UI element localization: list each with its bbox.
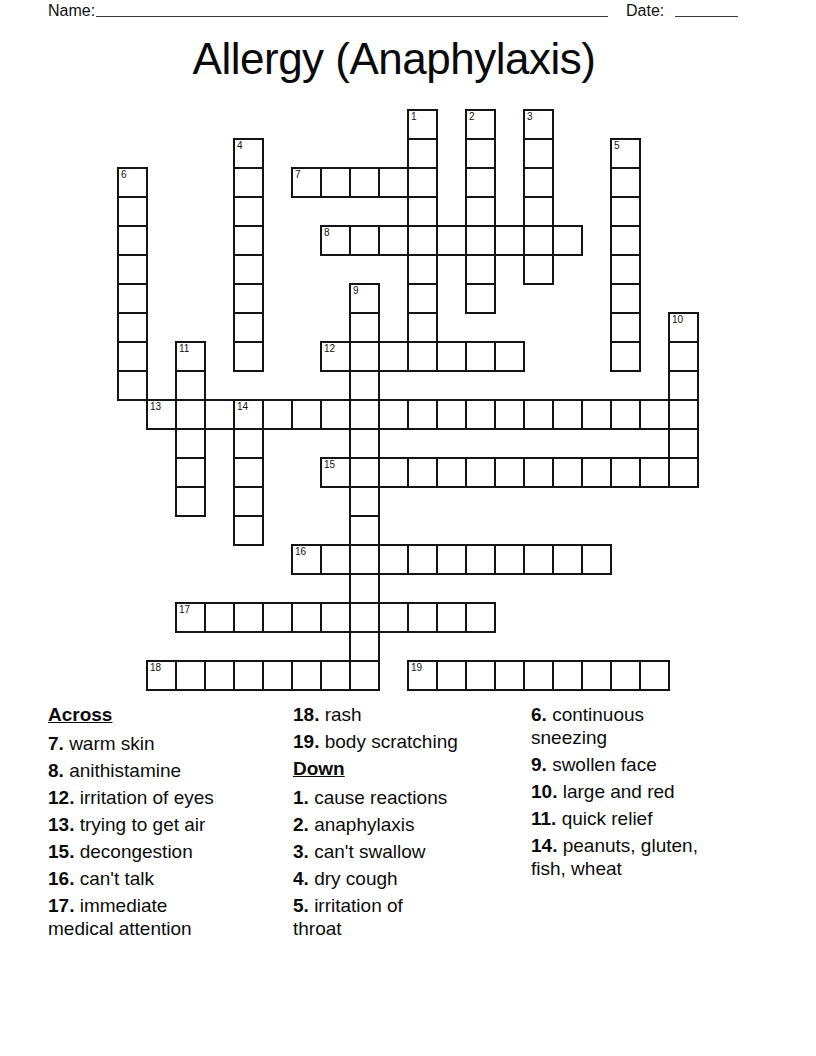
clue-down-10: 10. large and red [531,780,773,803]
cell-r17-c3[interactable] [204,602,235,633]
name-label: Name: [48,2,95,20]
cell-r2-c14[interactable] [523,167,554,198]
clue-across-18: 18. rash [293,703,535,726]
cell-r6-c12[interactable] [465,283,496,314]
cell-r0-c12[interactable] [465,109,496,140]
cell-r5-c12[interactable] [465,254,496,285]
cell-r9-c19[interactable] [668,370,699,401]
cell-r1-c4[interactable] [233,138,264,169]
clue-across-16: 16. can't talk [48,867,290,890]
cell-r10-c5[interactable] [262,399,293,430]
cell-r10-c12[interactable] [465,399,496,430]
date-input-line[interactable] [675,1,738,17]
cell-r19-c3[interactable] [204,660,235,691]
crossword-grid: 12345678910111213141516171819 [117,109,701,693]
cell-r19-c15[interactable] [552,660,583,691]
cell-r13-c4[interactable] [233,486,264,517]
clue-down-6-number: 6. [531,704,547,725]
cell-r19-c1[interactable] [146,660,177,691]
cell-r15-c10[interactable] [407,544,438,575]
cell-r11-c2[interactable] [175,428,206,459]
cell-r4-c0[interactable] [117,225,148,256]
cell-r19-c18[interactable] [639,660,670,691]
cell-r8-c17[interactable] [610,341,641,372]
cell-r19-c13[interactable] [494,660,525,691]
cell-r4-c11[interactable] [436,225,467,256]
cell-r2-c9[interactable] [378,167,409,198]
cell-r1-c14[interactable] [523,138,554,169]
clue-down-9-number: 9. [531,754,547,775]
cell-r15-c9[interactable] [378,544,409,575]
clue-across-13-number: 13. [48,814,74,835]
cell-r5-c0[interactable] [117,254,148,285]
cell-r5-c4[interactable] [233,254,264,285]
clue-across-8-number: 8. [48,760,64,781]
clue-across-12: 12. irritation of eyes [48,786,290,809]
clue-across-16-number: 16. [48,868,74,889]
clue-down-5: 5. irritation ofthroat [293,894,535,940]
cell-r15-c7[interactable] [320,544,351,575]
cell-r4-c13[interactable] [494,225,525,256]
cell-r12-c11[interactable] [436,457,467,488]
cell-r10-c15[interactable] [552,399,583,430]
cell-r7-c0[interactable] [117,312,148,343]
clue-down-11: 11. quick relief [531,807,773,830]
cell-r5-c14[interactable] [523,254,554,285]
cell-r15-c11[interactable] [436,544,467,575]
cell-r2-c7[interactable] [320,167,351,198]
cell-r6-c17[interactable] [610,283,641,314]
cell-r7-c17[interactable] [610,312,641,343]
cell-r12-c18[interactable] [639,457,670,488]
cell-r19-c10[interactable] [407,660,438,691]
date-label: Date: [626,2,664,20]
cell-r17-c8[interactable] [349,602,380,633]
cell-r12-c14[interactable] [523,457,554,488]
cell-r19-c11[interactable] [436,660,467,691]
cell-r10-c10[interactable] [407,399,438,430]
clue-down-5-number: 5. [293,895,309,916]
cell-r17-c5[interactable] [262,602,293,633]
cell-r18-c8[interactable] [349,631,380,662]
clue-across-18-number: 18. [293,704,319,725]
cell-r10-c17[interactable] [610,399,641,430]
clue-across-19-number: 19. [293,731,319,752]
cell-r8-c0[interactable] [117,341,148,372]
cell-r4-c14[interactable] [523,225,554,256]
clue-down-14-number: 14. [531,835,557,856]
cell-r2-c8[interactable] [349,167,380,198]
cell-r19-c14[interactable] [523,660,554,691]
cell-r14-c4[interactable] [233,515,264,546]
cell-r15-c6[interactable] [291,544,322,575]
cell-r7-c10[interactable] [407,312,438,343]
clue-down-2-number: 2. [293,814,309,835]
clue-down-4: 4. dry cough [293,867,535,890]
cell-r10-c8[interactable] [349,399,380,430]
cell-r12-c9[interactable] [378,457,409,488]
cell-r2-c12[interactable] [465,167,496,198]
cell-r17-c6[interactable] [291,602,322,633]
cell-r4-c12[interactable] [465,225,496,256]
cell-r11-c8[interactable] [349,428,380,459]
clue-down-3-number: 3. [293,841,309,862]
cell-r10-c1[interactable] [146,399,177,430]
clue-down-9: 9. swollen face [531,753,773,776]
cell-r3-c12[interactable] [465,196,496,227]
cell-r10-c11[interactable] [436,399,467,430]
cell-r2-c6[interactable] [291,167,322,198]
cell-r19-c5[interactable] [262,660,293,691]
cell-r8-c2[interactable] [175,341,206,372]
cell-r3-c14[interactable] [523,196,554,227]
cell-r12-c13[interactable] [494,457,525,488]
cell-r3-c17[interactable] [610,196,641,227]
cell-r17-c10[interactable] [407,602,438,633]
cell-r10-c14[interactable] [523,399,554,430]
clue-across-15-number: 15. [48,841,74,862]
cell-r4-c17[interactable] [610,225,641,256]
cell-r11-c19[interactable] [668,428,699,459]
clue-down-11-number: 11. [531,808,556,829]
cell-r12-c15[interactable] [552,457,583,488]
clue-down-14: 14. peanuts, gluten,fish, wheat [531,834,773,880]
cell-r9-c0[interactable] [117,370,148,401]
cell-r19-c17[interactable] [610,660,641,691]
cell-r12-c19[interactable] [668,457,699,488]
clue-across-8: 8. anithistamine [48,759,290,782]
cell-r10-c2[interactable] [175,399,206,430]
clues-column-2: 18. rash19. body scratchingDown1. cause … [293,703,535,944]
cell-r4-c9[interactable] [378,225,409,256]
clue-down-1: 1. cause reactions [293,786,535,809]
cell-r4-c15[interactable] [552,225,583,256]
cell-r12-c16[interactable] [581,457,612,488]
cell-r8-c4[interactable] [233,341,264,372]
cell-r8-c8[interactable] [349,341,380,372]
cell-r19-c6[interactable] [291,660,322,691]
cell-r10-c16[interactable] [581,399,612,430]
cell-r7-c4[interactable] [233,312,264,343]
cell-r15-c16[interactable] [581,544,612,575]
cell-r4-c10[interactable] [407,225,438,256]
cell-r17-c2[interactable] [175,602,206,633]
cell-r3-c10[interactable] [407,196,438,227]
cell-r6-c8[interactable] [349,283,380,314]
cell-r19-c8[interactable] [349,660,380,691]
cell-r12-c12[interactable] [465,457,496,488]
down-header: Down [293,757,535,780]
across-header: Across [48,703,290,726]
name-input-line[interactable] [96,1,608,17]
cell-r2-c10[interactable] [407,167,438,198]
cell-r19-c4[interactable] [233,660,264,691]
clue-across-19: 19. body scratching [293,730,535,753]
cell-r5-c17[interactable] [610,254,641,285]
clue-down-6: 6. continuoussneezing [531,703,773,749]
cell-r4-c7[interactable] [320,225,351,256]
cell-r14-c8[interactable] [349,515,380,546]
cell-r8-c10[interactable] [407,341,438,372]
cell-r8-c13[interactable] [494,341,525,372]
cell-r8-c12[interactable] [465,341,496,372]
cell-r8-c11[interactable] [436,341,467,372]
cell-r1-c12[interactable] [465,138,496,169]
cell-r10-c19[interactable] [668,399,699,430]
cell-r7-c8[interactable] [349,312,380,343]
cell-r2-c4[interactable] [233,167,264,198]
cell-r17-c9[interactable] [378,602,409,633]
cell-r11-c4[interactable] [233,428,264,459]
cell-r10-c18[interactable] [639,399,670,430]
cell-r17-c11[interactable] [436,602,467,633]
cell-r6-c0[interactable] [117,283,148,314]
cell-r15-c15[interactable] [552,544,583,575]
cell-r1-c17[interactable] [610,138,641,169]
cell-r1-c10[interactable] [407,138,438,169]
cell-r17-c12[interactable] [465,602,496,633]
cell-r0-c14[interactable] [523,109,554,140]
cell-r10-c13[interactable] [494,399,525,430]
clue-across-7: 7. warm skin [48,732,290,755]
cell-r7-c19[interactable] [668,312,699,343]
cell-r12-c17[interactable] [610,457,641,488]
cell-r19-c7[interactable] [320,660,351,691]
cell-r8-c19[interactable] [668,341,699,372]
crossword-worksheet: Name: Date: Allergy (Anaphylaxis) 123456… [0,0,816,1056]
cell-r13-c2[interactable] [175,486,206,517]
cell-r5-c10[interactable] [407,254,438,285]
cell-r17-c4[interactable] [233,602,264,633]
cell-r10-c6[interactable] [291,399,322,430]
cell-r12-c7[interactable] [320,457,351,488]
cell-r8-c9[interactable] [378,341,409,372]
cell-r16-c8[interactable] [349,573,380,604]
cell-r6-c4[interactable] [233,283,264,314]
clue-down-3: 3. can't swallow [293,840,535,863]
clue-down-2: 2. anaphylaxis [293,813,535,836]
cell-r12-c10[interactable] [407,457,438,488]
clue-across-17: 17. immediatemedical attention [48,894,290,940]
cell-r12-c4[interactable] [233,457,264,488]
cell-r19-c12[interactable] [465,660,496,691]
cell-r8-c7[interactable] [320,341,351,372]
cell-r10-c4[interactable] [233,399,264,430]
clue-down-10-number: 10. [531,781,557,802]
cell-r15-c14[interactable] [523,544,554,575]
cell-r15-c13[interactable] [494,544,525,575]
cell-r10-c3[interactable] [204,399,235,430]
cell-r9-c8[interactable] [349,370,380,401]
clue-down-4-number: 4. [293,868,309,889]
cell-r12-c2[interactable] [175,457,206,488]
clues-column-1: Across7. warm skin8. anithistamine12. ir… [48,703,290,944]
cell-r3-c4[interactable] [233,196,264,227]
cell-r2-c0[interactable] [117,167,148,198]
clue-across-17-number: 17. [48,895,74,916]
cell-r6-c10[interactable] [407,283,438,314]
cell-r19-c16[interactable] [581,660,612,691]
cell-r12-c8[interactable] [349,457,380,488]
clue-across-12-number: 12. [48,787,74,808]
cell-r15-c12[interactable] [465,544,496,575]
cell-r9-c2[interactable] [175,370,206,401]
cell-r3-c0[interactable] [117,196,148,227]
clue-across-15: 15. decongestion [48,840,290,863]
cell-r10-c7[interactable] [320,399,351,430]
clue-down-1-number: 1. [293,787,309,808]
clue-across-13: 13. trying to get air [48,813,290,836]
clue-across-7-number: 7. [48,733,64,754]
clues-column-3: 6. continuoussneezing9. swollen face10. … [531,703,773,884]
puzzle-title: Allergy (Anaphylaxis) [0,34,788,84]
cell-r19-c2[interactable] [175,660,206,691]
cell-r4-c8[interactable] [349,225,380,256]
cell-r15-c8[interactable] [349,544,380,575]
cell-r2-c17[interactable] [610,167,641,198]
cell-r10-c9[interactable] [378,399,409,430]
cell-r17-c7[interactable] [320,602,351,633]
cell-r0-c10[interactable] [407,109,438,140]
cell-r13-c8[interactable] [349,486,380,517]
cell-r4-c4[interactable] [233,225,264,256]
